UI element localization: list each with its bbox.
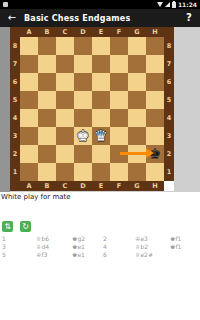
flip-board-button[interactable]: ⇅ — [2, 221, 13, 232]
restart-icon: ↻ — [22, 221, 29, 232]
rank-label-left-4: 4 — [10, 109, 20, 127]
move-cell[interactable]: ♚f1 — [170, 235, 196, 243]
square-a3[interactable] — [20, 127, 38, 145]
square-a8[interactable] — [20, 37, 38, 55]
hint-arrow-line — [120, 152, 146, 155]
file-label-top-e: E — [92, 27, 110, 37]
file-label-bottom-h: H — [146, 181, 164, 191]
square-h1[interactable] — [146, 163, 164, 181]
square-c6[interactable] — [56, 73, 74, 91]
positions-grid-button[interactable] — [38, 221, 49, 232]
square-e2[interactable] — [92, 145, 110, 163]
square-d4[interactable] — [74, 109, 92, 127]
white-queen-piece[interactable]: ♛ — [94, 127, 107, 145]
rank-label-left-2: 2 — [10, 145, 20, 163]
file-label-bottom-f: F — [110, 181, 128, 191]
square-d8[interactable] — [74, 37, 92, 55]
app-notification-icon — [3, 2, 8, 7]
move-cell[interactable]: ♚f1 — [170, 243, 196, 251]
rank-label-right-6: 6 — [164, 73, 174, 91]
rank-label-right-8: 8 — [164, 37, 174, 55]
file-label-bottom-g: G — [128, 181, 146, 191]
back-button[interactable]: ← — [0, 9, 24, 27]
square-d2[interactable] — [74, 145, 92, 163]
square-f5[interactable] — [110, 91, 128, 109]
square-g5[interactable] — [128, 91, 146, 109]
square-c3[interactable] — [56, 127, 74, 145]
help-button[interactable]: ? — [178, 9, 200, 27]
app-screen: 11:24 ← Basic Chess Endgames ? ABCDEFGH8… — [0, 0, 200, 320]
square-b3[interactable] — [38, 127, 56, 145]
board-area: ABCDEFGH88776655443♚♛32♚211ABCDEFGH — [0, 27, 200, 192]
board-corner — [10, 181, 20, 191]
square-d6[interactable] — [74, 73, 92, 91]
square-g4[interactable] — [128, 109, 146, 127]
square-b1[interactable] — [38, 163, 56, 181]
move-number: 2 — [103, 235, 135, 243]
square-g8[interactable] — [128, 37, 146, 55]
square-b5[interactable] — [38, 91, 56, 109]
move-cell[interactable]: ♔f3 — [36, 251, 72, 259]
moves-table: 1♕b6♚g22♔e3♚f13♕d4♚e14♕b2♚f15♔f3♚e16♕e2# — [2, 235, 198, 259]
move-cell[interactable]: ♔e3 — [135, 235, 170, 243]
rank-label-right-2: 2 — [164, 145, 174, 163]
square-g6[interactable] — [128, 73, 146, 91]
square-c4[interactable] — [56, 109, 74, 127]
square-d5[interactable] — [74, 91, 92, 109]
move-cell[interactable]: ♕b6 — [36, 235, 72, 243]
signal-icon — [165, 2, 170, 7]
move-cell[interactable]: ♕d4 — [36, 243, 72, 251]
square-h6[interactable] — [146, 73, 164, 91]
toolbar: ⇅ ↻ — [2, 221, 49, 232]
square-a1[interactable] — [20, 163, 38, 181]
square-f7[interactable] — [110, 55, 128, 73]
wifi-icon — [157, 2, 163, 7]
square-e3[interactable]: ♛ — [92, 127, 110, 145]
chess-board[interactable]: ABCDEFGH88776655443♚♛32♚211ABCDEFGH — [10, 27, 174, 191]
square-f4[interactable] — [110, 109, 128, 127]
square-a7[interactable] — [20, 55, 38, 73]
square-f8[interactable] — [110, 37, 128, 55]
move-number: 4 — [103, 243, 135, 251]
square-b2[interactable] — [38, 145, 56, 163]
square-f6[interactable] — [110, 73, 128, 91]
board-corner — [10, 27, 20, 37]
flip-arrows-icon: ⇅ — [4, 221, 11, 232]
square-f3[interactable] — [110, 127, 128, 145]
square-h8[interactable] — [146, 37, 164, 55]
move-number: 1 — [2, 235, 36, 243]
square-a2[interactable] — [20, 145, 38, 163]
square-c1[interactable] — [56, 163, 74, 181]
rank-label-left-1: 1 — [10, 163, 20, 181]
rank-label-right-1: 1 — [164, 163, 174, 181]
square-f1[interactable] — [110, 163, 128, 181]
rank-label-right-3: 3 — [164, 127, 174, 145]
square-e4[interactable] — [92, 109, 110, 127]
file-label-top-c: C — [56, 27, 74, 37]
move-cell[interactable]: ♕b2 — [135, 243, 170, 251]
square-e5[interactable] — [92, 91, 110, 109]
square-c8[interactable] — [56, 37, 74, 55]
file-label-top-h: H — [146, 27, 164, 37]
file-label-bottom-a: A — [20, 181, 38, 191]
square-b4[interactable] — [38, 109, 56, 127]
square-c7[interactable] — [56, 55, 74, 73]
file-label-bottom-b: B — [38, 181, 56, 191]
file-label-top-g: G — [128, 27, 146, 37]
move-cell[interactable] — [170, 251, 196, 259]
rank-label-left-8: 8 — [10, 37, 20, 55]
move-number: 3 — [2, 243, 36, 251]
file-label-top-a: A — [20, 27, 38, 37]
square-a5[interactable] — [20, 91, 38, 109]
page-title: Basic Chess Endgames — [24, 14, 178, 23]
side-to-move-indicator — [164, 181, 174, 191]
rank-label-right-5: 5 — [164, 91, 174, 109]
square-d3[interactable]: ♚ — [74, 127, 92, 145]
file-label-bottom-d: D — [74, 181, 92, 191]
file-label-top-b: B — [38, 27, 56, 37]
task-caption: White play for mate — [1, 193, 71, 201]
square-d7[interactable] — [74, 55, 92, 73]
rank-label-left-7: 7 — [10, 55, 20, 73]
square-e8[interactable] — [92, 37, 110, 55]
square-a4[interactable] — [20, 109, 38, 127]
square-h3[interactable] — [146, 127, 164, 145]
move-number: 6 — [103, 251, 135, 259]
battery-icon — [172, 2, 176, 8]
square-e1[interactable] — [92, 163, 110, 181]
status-time: 11:24 — [178, 0, 197, 9]
file-label-top-f: F — [110, 27, 128, 37]
app-bar: ← Basic Chess Endgames ? — [0, 9, 200, 27]
file-label-top-d: D — [74, 27, 92, 37]
rank-label-left-6: 6 — [10, 73, 20, 91]
help-icon: ? — [186, 12, 192, 23]
board-corner — [164, 27, 174, 37]
move-number: 5 — [2, 251, 36, 259]
square-b6[interactable] — [38, 73, 56, 91]
move-cell[interactable]: ♚e1 — [72, 251, 103, 259]
square-h7[interactable] — [146, 55, 164, 73]
rank-label-left-3: 3 — [10, 127, 20, 145]
square-e7[interactable] — [92, 55, 110, 73]
hint-arrow-icon — [146, 148, 154, 158]
back-arrow-icon: ← — [8, 12, 16, 23]
restart-button[interactable]: ↻ — [20, 221, 31, 232]
square-b8[interactable] — [38, 37, 56, 55]
square-h5[interactable] — [146, 91, 164, 109]
square-c2[interactable] — [56, 145, 74, 163]
file-label-bottom-c: C — [56, 181, 74, 191]
white-king-piece[interactable]: ♚ — [76, 127, 89, 145]
status-bar: 11:24 — [0, 0, 200, 9]
rank-label-left-5: 5 — [10, 91, 20, 109]
square-c5[interactable] — [56, 91, 74, 109]
square-g3[interactable] — [128, 127, 146, 145]
move-cell[interactable]: ♚e1 — [72, 243, 103, 251]
square-h4[interactable] — [146, 109, 164, 127]
square-e6[interactable] — [92, 73, 110, 91]
file-label-bottom-e: E — [92, 181, 110, 191]
square-a6[interactable] — [20, 73, 38, 91]
square-d1[interactable] — [74, 163, 92, 181]
move-cell[interactable]: ♚g2 — [72, 235, 103, 243]
square-b7[interactable] — [38, 55, 56, 73]
square-g1[interactable] — [128, 163, 146, 181]
rank-label-right-4: 4 — [164, 109, 174, 127]
square-g7[interactable] — [128, 55, 146, 73]
rank-label-right-7: 7 — [164, 55, 174, 73]
move-cell[interactable]: ♕e2# — [135, 251, 170, 259]
